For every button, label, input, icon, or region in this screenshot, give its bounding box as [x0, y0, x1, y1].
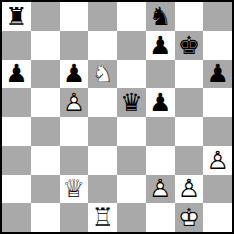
piece-white-pawn[interactable]: ♟♙: [146, 175, 175, 204]
square-f8[interactable]: ♞: [146, 2, 175, 31]
square-c7[interactable]: [60, 31, 89, 60]
square-f1[interactable]: [146, 203, 175, 232]
square-e6[interactable]: [117, 60, 146, 89]
square-b2[interactable]: [31, 175, 60, 204]
square-a8[interactable]: ♜: [2, 2, 31, 31]
square-f3[interactable]: [146, 146, 175, 175]
square-d7[interactable]: [88, 31, 117, 60]
square-a3[interactable]: [2, 146, 31, 175]
square-e4[interactable]: [117, 117, 146, 146]
square-h5[interactable]: [203, 88, 232, 117]
piece-black-pawn[interactable]: ♟: [146, 31, 175, 60]
square-g1[interactable]: ♚♔: [175, 203, 204, 232]
square-a5[interactable]: [2, 88, 31, 117]
black-queen-glyph: ♛: [117, 88, 146, 117]
square-b3[interactable]: [31, 146, 60, 175]
white-rook-outline: ♖: [88, 203, 117, 232]
black-pawn-glyph: ♟: [146, 31, 175, 60]
square-c5[interactable]: ♟♙: [60, 88, 89, 117]
square-d6[interactable]: ♞♘: [88, 60, 117, 89]
square-d2[interactable]: [88, 175, 117, 204]
piece-black-rook[interactable]: ♜: [2, 2, 31, 31]
square-g5[interactable]: [175, 88, 204, 117]
piece-white-pawn[interactable]: ♟♙: [60, 88, 89, 117]
white-pawn-outline: ♙: [60, 88, 89, 117]
square-h7[interactable]: [203, 31, 232, 60]
square-c4[interactable]: [60, 117, 89, 146]
piece-black-knight[interactable]: ♞: [146, 2, 175, 31]
piece-black-king[interactable]: ♚: [175, 31, 204, 60]
square-b7[interactable]: [31, 31, 60, 60]
square-f7[interactable]: ♟: [146, 31, 175, 60]
square-e8[interactable]: [117, 2, 146, 31]
square-d3[interactable]: [88, 146, 117, 175]
square-a7[interactable]: [2, 31, 31, 60]
white-queen-outline: ♕: [60, 175, 89, 204]
piece-white-knight[interactable]: ♞♘: [88, 60, 117, 89]
square-b8[interactable]: [31, 2, 60, 31]
square-e7[interactable]: [117, 31, 146, 60]
black-pawn-glyph: ♟: [60, 60, 89, 89]
white-king-outline: ♔: [175, 203, 204, 232]
black-knight-glyph: ♞: [146, 2, 175, 31]
square-b1[interactable]: [31, 203, 60, 232]
square-h3[interactable]: ♟♙: [203, 146, 232, 175]
piece-white-rook[interactable]: ♜♖: [88, 203, 117, 232]
white-pawn-outline: ♙: [146, 175, 175, 204]
piece-white-pawn[interactable]: ♟♙: [175, 175, 204, 204]
chess-board: ♜♞♟♚♟♟♞♘♟♟♙♛♟♟♙♛♕♟♙♟♙♜♖♚♔: [0, 0, 234, 234]
square-g2[interactable]: ♟♙: [175, 175, 204, 204]
white-pawn-outline: ♙: [203, 146, 232, 175]
black-pawn-glyph: ♟: [2, 60, 31, 89]
square-e1[interactable]: [117, 203, 146, 232]
square-d8[interactable]: [88, 2, 117, 31]
square-g4[interactable]: [175, 117, 204, 146]
black-king-glyph: ♚: [175, 31, 204, 60]
piece-black-pawn[interactable]: ♟: [146, 88, 175, 117]
square-f5[interactable]: ♟: [146, 88, 175, 117]
square-g7[interactable]: ♚: [175, 31, 204, 60]
square-f2[interactable]: ♟♙: [146, 175, 175, 204]
square-c2[interactable]: ♛♕: [60, 175, 89, 204]
square-h4[interactable]: [203, 117, 232, 146]
square-f4[interactable]: [146, 117, 175, 146]
square-e3[interactable]: [117, 146, 146, 175]
square-a4[interactable]: [2, 117, 31, 146]
square-d4[interactable]: [88, 117, 117, 146]
square-g8[interactable]: [175, 2, 204, 31]
black-rook-glyph: ♜: [2, 2, 31, 31]
square-c3[interactable]: [60, 146, 89, 175]
square-c8[interactable]: [60, 2, 89, 31]
square-h2[interactable]: [203, 175, 232, 204]
square-b6[interactable]: [31, 60, 60, 89]
piece-white-pawn[interactable]: ♟♙: [203, 146, 232, 175]
square-b4[interactable]: [31, 117, 60, 146]
square-a6[interactable]: ♟: [2, 60, 31, 89]
square-d5[interactable]: [88, 88, 117, 117]
square-h8[interactable]: [203, 2, 232, 31]
square-f6[interactable]: [146, 60, 175, 89]
square-h6[interactable]: ♟: [203, 60, 232, 89]
square-a1[interactable]: [2, 203, 31, 232]
square-c1[interactable]: [60, 203, 89, 232]
white-pawn-outline: ♙: [175, 175, 204, 204]
piece-black-pawn[interactable]: ♟: [2, 60, 31, 89]
white-knight-outline: ♘: [88, 60, 117, 89]
black-pawn-glyph: ♟: [146, 88, 175, 117]
piece-white-queen[interactable]: ♛♕: [60, 175, 89, 204]
piece-black-queen[interactable]: ♛: [117, 88, 146, 117]
square-e2[interactable]: [117, 175, 146, 204]
piece-black-pawn[interactable]: ♟: [60, 60, 89, 89]
square-h1[interactable]: [203, 203, 232, 232]
piece-white-king[interactable]: ♚♔: [175, 203, 204, 232]
piece-black-pawn[interactable]: ♟: [203, 60, 232, 89]
square-c6[interactable]: ♟: [60, 60, 89, 89]
square-b5[interactable]: [31, 88, 60, 117]
square-d1[interactable]: ♜♖: [88, 203, 117, 232]
square-a2[interactable]: [2, 175, 31, 204]
square-g3[interactable]: [175, 146, 204, 175]
black-pawn-glyph: ♟: [203, 60, 232, 89]
square-g6[interactable]: [175, 60, 204, 89]
square-e5[interactable]: ♛: [117, 88, 146, 117]
